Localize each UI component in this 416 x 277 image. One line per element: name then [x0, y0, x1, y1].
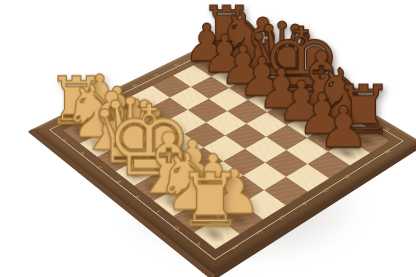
playing-field: ♜♞♝♛♚♝♞♜♟♟♟♟♟♟♟♟♟♟♟♟♟♟♟♟♜♞♝♛♚♝♞♜ — [63, 46, 390, 249]
chess-board: ♜♞♝♛♚♝♞♜♟♟♟♟♟♟♟♟♟♟♟♟♟♟♟♟♜♞♝♛♚♝♞♜ aa11bb2… — [27, 31, 416, 277]
coordinate-label-4: 4 — [297, 198, 312, 208]
coordinate-label-1: 1 — [228, 241, 244, 252]
coordinate-label-3: 3 — [275, 212, 290, 222]
coordinate-label-5: 5 — [319, 185, 334, 195]
white-rook[interactable]: ♜ — [177, 164, 243, 238]
chess-board-wrap: ♜♞♝♛♚♝♞♜♟♟♟♟♟♟♟♟♟♟♟♟♟♟♟♟♜♞♝♛♚♝♞♜ aa11bb2… — [84, 0, 360, 273]
coordinate-label-5: 5 — [149, 71, 162, 79]
square-h1[interactable]: ♜ — [194, 218, 239, 249]
coordinate-label-8: 8 — [381, 147, 396, 156]
coordinate-label-7: 7 — [361, 159, 376, 168]
product-photo-scene: ♜♞♝♛♚♝♞♜♟♟♟♟♟♟♟♟♟♟♟♟♟♟♟♟♜♞♝♛♚♝♞♜ aa11bb2… — [0, 0, 416, 277]
coordinate-label-2: 2 — [252, 227, 268, 238]
coordinate-label-6: 6 — [170, 61, 183, 68]
coordinate-label-h: h — [190, 239, 206, 250]
black-pawn[interactable]: ♟ — [317, 99, 368, 156]
coordinate-label-6: 6 — [340, 172, 355, 182]
